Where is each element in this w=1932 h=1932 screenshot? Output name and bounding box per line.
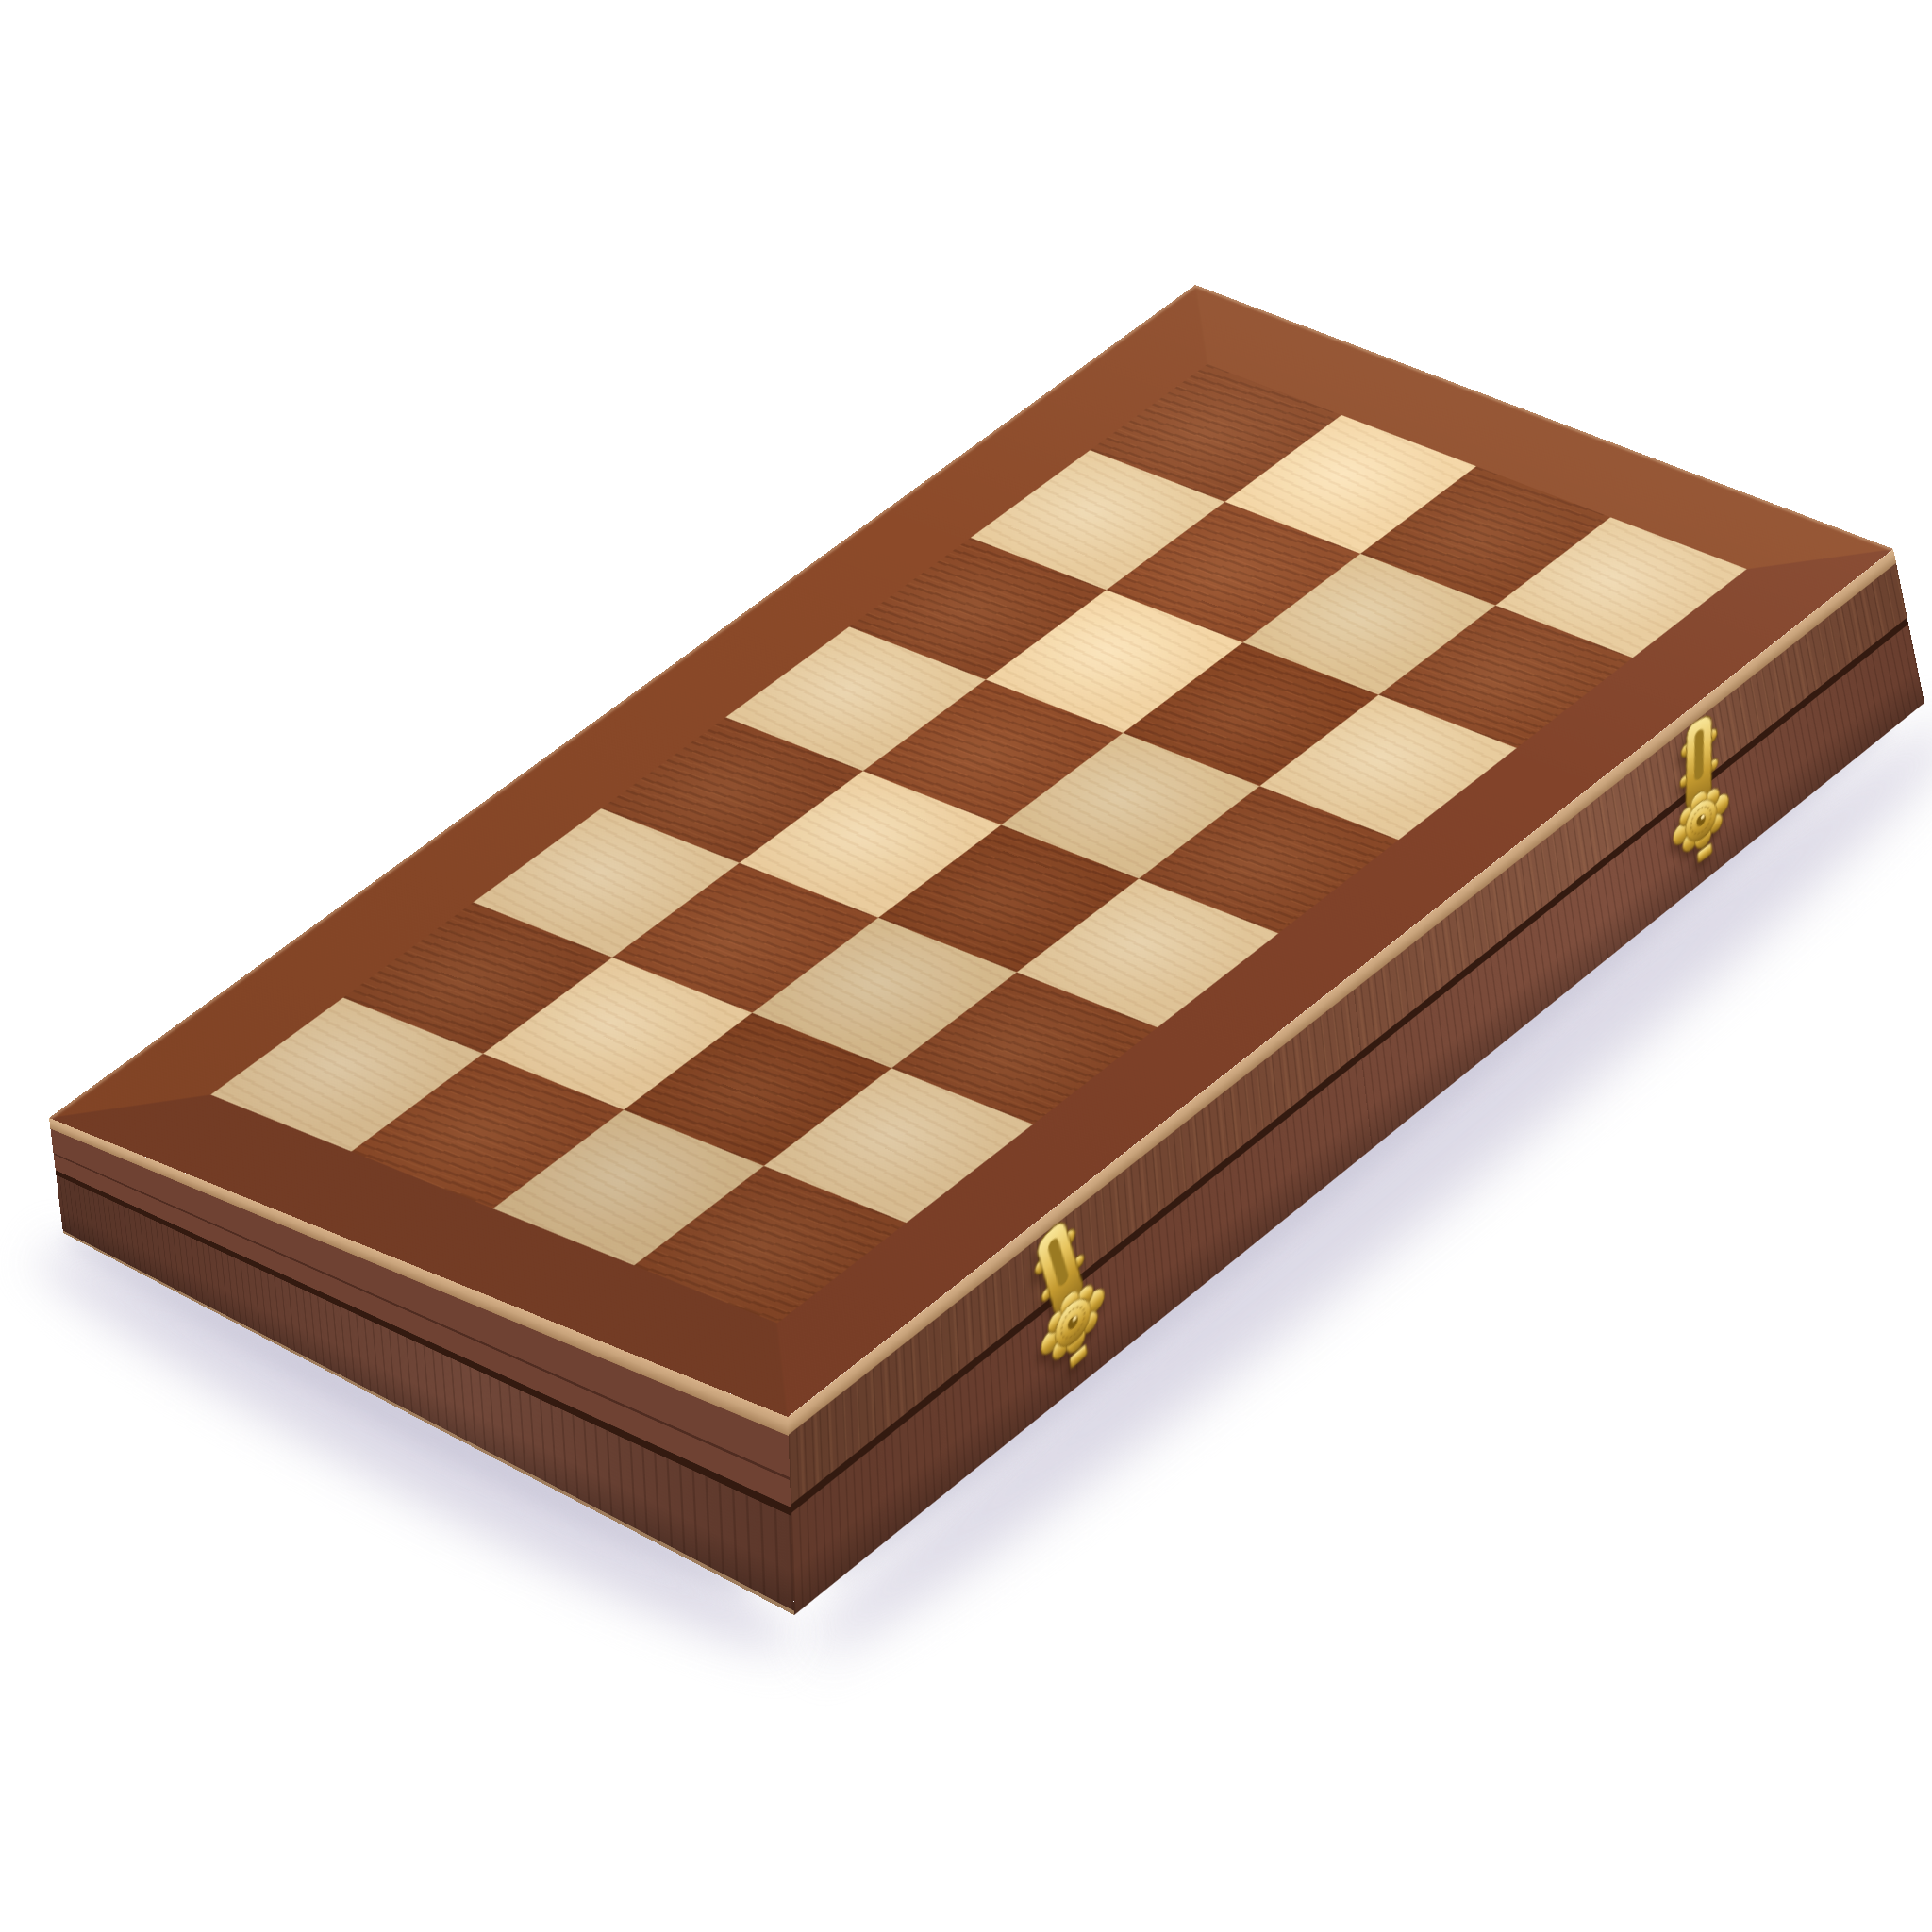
product-photo-scene [0, 0, 1932, 1932]
